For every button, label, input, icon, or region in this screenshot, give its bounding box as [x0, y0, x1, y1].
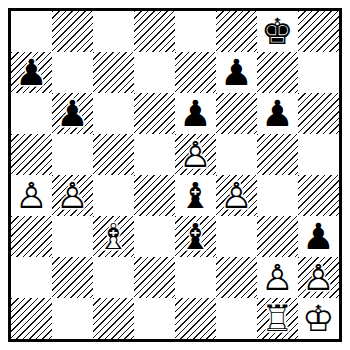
square-g1[interactable]: ♜♖ — [257, 298, 298, 339]
square-b2[interactable] — [52, 257, 93, 298]
square-a2[interactable] — [11, 257, 52, 298]
square-c8[interactable] — [93, 11, 134, 52]
square-c1[interactable] — [93, 298, 134, 339]
square-b3[interactable] — [52, 216, 93, 257]
square-g8[interactable]: ♚♚ — [257, 11, 298, 52]
piece-black-king: ♚♚ — [257, 11, 298, 52]
square-e8[interactable] — [175, 11, 216, 52]
square-d2[interactable] — [134, 257, 175, 298]
black-bishop-glyph: ♝ — [175, 175, 216, 216]
square-f3[interactable] — [216, 216, 257, 257]
square-g7[interactable] — [257, 52, 298, 93]
piece-black-bishop: ♝♝ — [175, 216, 216, 257]
square-h3[interactable]: ♟♟ — [298, 216, 339, 257]
square-f7[interactable]: ♟♟ — [216, 52, 257, 93]
square-e3[interactable]: ♝♝ — [175, 216, 216, 257]
square-g4[interactable] — [257, 175, 298, 216]
piece-black-pawn: ♟♟ — [257, 93, 298, 134]
square-c2[interactable] — [93, 257, 134, 298]
piece-black-pawn: ♟♟ — [298, 216, 339, 257]
square-d5[interactable] — [134, 134, 175, 175]
black-pawn-glyph: ♟ — [175, 93, 216, 134]
square-f5[interactable] — [216, 134, 257, 175]
white-king-glyph: ♔ — [298, 298, 339, 339]
white-rook-glyph: ♖ — [257, 298, 298, 339]
square-f4[interactable]: ♟♙ — [216, 175, 257, 216]
square-h6[interactable] — [298, 93, 339, 134]
square-c6[interactable] — [93, 93, 134, 134]
piece-black-pawn: ♟♟ — [11, 52, 52, 93]
square-d1[interactable] — [134, 298, 175, 339]
square-d4[interactable] — [134, 175, 175, 216]
square-f2[interactable] — [216, 257, 257, 298]
square-e4[interactable]: ♝♝ — [175, 175, 216, 216]
square-e7[interactable] — [175, 52, 216, 93]
piece-white-pawn: ♟♙ — [11, 175, 52, 216]
white-pawn-glyph: ♙ — [175, 134, 216, 175]
square-a8[interactable] — [11, 11, 52, 52]
square-b5[interactable] — [52, 134, 93, 175]
piece-white-king: ♚♔ — [298, 298, 339, 339]
piece-black-bishop: ♝♝ — [175, 175, 216, 216]
square-g3[interactable] — [257, 216, 298, 257]
square-f1[interactable] — [216, 298, 257, 339]
chess-board: ♚♚♟♟♟♟♟♟♟♟♟♟♟♙♟♙♟♙♝♝♟♙♝♗♝♝♟♟♟♙♟♙♜♖♚♔ — [11, 11, 339, 339]
square-h7[interactable] — [298, 52, 339, 93]
square-d6[interactable] — [134, 93, 175, 134]
square-c3[interactable]: ♝♗ — [93, 216, 134, 257]
chess-diagram: ♚♚♟♟♟♟♟♟♟♟♟♟♟♙♟♙♟♙♝♝♟♙♝♗♝♝♟♟♟♙♟♙♜♖♚♔ — [0, 0, 350, 350]
black-pawn-glyph: ♟ — [298, 216, 339, 257]
square-a3[interactable] — [11, 216, 52, 257]
square-b8[interactable] — [52, 11, 93, 52]
piece-black-pawn: ♟♟ — [216, 52, 257, 93]
square-a5[interactable] — [11, 134, 52, 175]
black-pawn-glyph: ♟ — [11, 52, 52, 93]
black-pawn-glyph: ♟ — [216, 52, 257, 93]
white-pawn-glyph: ♙ — [216, 175, 257, 216]
square-h4[interactable] — [298, 175, 339, 216]
black-pawn-glyph: ♟ — [257, 93, 298, 134]
square-c5[interactable] — [93, 134, 134, 175]
piece-white-bishop: ♝♗ — [93, 216, 134, 257]
piece-white-pawn: ♟♙ — [175, 134, 216, 175]
white-pawn-glyph: ♙ — [11, 175, 52, 216]
piece-white-pawn: ♟♙ — [257, 257, 298, 298]
piece-white-pawn: ♟♙ — [298, 257, 339, 298]
white-pawn-glyph: ♙ — [298, 257, 339, 298]
square-e6[interactable]: ♟♟ — [175, 93, 216, 134]
square-h8[interactable] — [298, 11, 339, 52]
square-g2[interactable]: ♟♙ — [257, 257, 298, 298]
square-a6[interactable] — [11, 93, 52, 134]
piece-white-rook: ♜♖ — [257, 298, 298, 339]
square-a7[interactable]: ♟♟ — [11, 52, 52, 93]
square-h2[interactable]: ♟♙ — [298, 257, 339, 298]
square-b4[interactable]: ♟♙ — [52, 175, 93, 216]
square-b7[interactable] — [52, 52, 93, 93]
square-e2[interactable] — [175, 257, 216, 298]
square-h5[interactable] — [298, 134, 339, 175]
piece-black-pawn: ♟♟ — [52, 93, 93, 134]
white-bishop-glyph: ♗ — [93, 216, 134, 257]
square-a1[interactable] — [11, 298, 52, 339]
square-b1[interactable] — [52, 298, 93, 339]
square-f6[interactable] — [216, 93, 257, 134]
piece-white-pawn: ♟♙ — [52, 175, 93, 216]
square-e5[interactable]: ♟♙ — [175, 134, 216, 175]
black-bishop-glyph: ♝ — [175, 216, 216, 257]
square-d7[interactable] — [134, 52, 175, 93]
square-e1[interactable] — [175, 298, 216, 339]
square-c4[interactable] — [93, 175, 134, 216]
black-pawn-glyph: ♟ — [52, 93, 93, 134]
square-d8[interactable] — [134, 11, 175, 52]
square-g5[interactable] — [257, 134, 298, 175]
square-f8[interactable] — [216, 11, 257, 52]
white-pawn-glyph: ♙ — [52, 175, 93, 216]
square-g6[interactable]: ♟♟ — [257, 93, 298, 134]
board-frame: ♚♚♟♟♟♟♟♟♟♟♟♟♟♙♟♙♟♙♝♝♟♙♝♗♝♝♟♟♟♙♟♙♜♖♚♔ — [8, 8, 342, 342]
square-d3[interactable] — [134, 216, 175, 257]
piece-white-pawn: ♟♙ — [216, 175, 257, 216]
white-pawn-glyph: ♙ — [257, 257, 298, 298]
square-b6[interactable]: ♟♟ — [52, 93, 93, 134]
square-a4[interactable]: ♟♙ — [11, 175, 52, 216]
black-king-glyph: ♚ — [257, 11, 298, 52]
piece-black-pawn: ♟♟ — [175, 93, 216, 134]
square-h1[interactable]: ♚♔ — [298, 298, 339, 339]
square-c7[interactable] — [93, 52, 134, 93]
